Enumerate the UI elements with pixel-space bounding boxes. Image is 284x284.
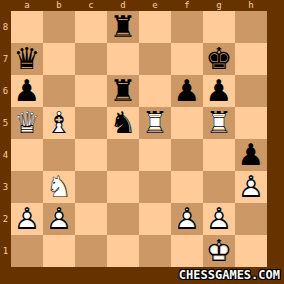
piece-black-rook[interactable]: ♜ bbox=[107, 11, 139, 43]
black-piece-glyph: ♟ bbox=[235, 139, 267, 171]
square-h8[interactable] bbox=[235, 11, 267, 43]
square-e5[interactable]: ♜♖ bbox=[139, 107, 171, 139]
piece-white-pawn[interactable]: ♟♙ bbox=[203, 203, 235, 235]
piece-black-knight[interactable]: ♞ bbox=[107, 107, 139, 139]
square-g6[interactable]: ♟ bbox=[203, 75, 235, 107]
white-piece-outline: ♗ bbox=[43, 107, 75, 139]
square-h5[interactable] bbox=[235, 107, 267, 139]
square-d4[interactable] bbox=[107, 139, 139, 171]
white-piece-outline: ♕ bbox=[11, 107, 43, 139]
rank-label-8: 8 bbox=[0, 11, 11, 43]
white-piece-outline: ♙ bbox=[171, 203, 203, 235]
rank-label-2: 2 bbox=[0, 203, 11, 235]
square-b7[interactable] bbox=[43, 43, 75, 75]
square-d7[interactable] bbox=[107, 43, 139, 75]
square-g1[interactable]: ♚♔ bbox=[203, 235, 235, 267]
square-f7[interactable] bbox=[171, 43, 203, 75]
rank-label-1: 1 bbox=[0, 235, 11, 267]
piece-black-pawn[interactable]: ♟ bbox=[235, 139, 267, 171]
square-a1[interactable] bbox=[11, 235, 43, 267]
square-g8[interactable] bbox=[203, 11, 235, 43]
square-h1[interactable] bbox=[235, 235, 267, 267]
square-a4[interactable] bbox=[11, 139, 43, 171]
chess-board[interactable]: ♜♛♚♟♜♟♟♛♕♝♗♞♜♖♜♖♟♞♘♟♙♟♙♟♙♟♙♟♙♚♔ bbox=[11, 11, 267, 267]
square-e3[interactable] bbox=[139, 171, 171, 203]
piece-white-pawn[interactable]: ♟♙ bbox=[43, 203, 75, 235]
square-b5[interactable]: ♝♗ bbox=[43, 107, 75, 139]
square-h7[interactable] bbox=[235, 43, 267, 75]
square-h6[interactable] bbox=[235, 75, 267, 107]
square-h4[interactable]: ♟ bbox=[235, 139, 267, 171]
square-d8[interactable]: ♜ bbox=[107, 11, 139, 43]
square-e4[interactable] bbox=[139, 139, 171, 171]
rank-label-5: 5 bbox=[0, 107, 11, 139]
square-h3[interactable]: ♟♙ bbox=[235, 171, 267, 203]
square-c5[interactable] bbox=[75, 107, 107, 139]
square-b6[interactable] bbox=[43, 75, 75, 107]
square-b3[interactable]: ♞♘ bbox=[43, 171, 75, 203]
piece-white-rook[interactable]: ♜♖ bbox=[139, 107, 171, 139]
square-g5[interactable]: ♜♖ bbox=[203, 107, 235, 139]
square-c1[interactable] bbox=[75, 235, 107, 267]
rank-label-3: 3 bbox=[0, 171, 11, 203]
rank-labels: 87654321 bbox=[0, 11, 11, 267]
square-e8[interactable] bbox=[139, 11, 171, 43]
black-piece-glyph: ♟ bbox=[11, 75, 43, 107]
white-piece-outline: ♙ bbox=[235, 171, 267, 203]
white-piece-outline: ♙ bbox=[43, 203, 75, 235]
square-a8[interactable] bbox=[11, 11, 43, 43]
square-f1[interactable] bbox=[171, 235, 203, 267]
square-c6[interactable] bbox=[75, 75, 107, 107]
chess-board-frame: abcdefgh 87654321 ♜♛♚♟♜♟♟♛♕♝♗♞♜♖♜♖♟♞♘♟♙♟… bbox=[0, 0, 284, 284]
piece-black-rook[interactable]: ♜ bbox=[107, 75, 139, 107]
black-piece-glyph: ♜ bbox=[107, 75, 139, 107]
file-labels: abcdefgh bbox=[11, 0, 267, 11]
black-piece-glyph: ♜ bbox=[107, 11, 139, 43]
square-d6[interactable]: ♜ bbox=[107, 75, 139, 107]
black-piece-glyph: ♟ bbox=[171, 75, 203, 107]
square-b4[interactable] bbox=[43, 139, 75, 171]
square-e6[interactable] bbox=[139, 75, 171, 107]
black-piece-glyph: ♛ bbox=[11, 43, 43, 75]
white-piece-outline: ♖ bbox=[139, 107, 171, 139]
file-label-g: g bbox=[203, 0, 235, 11]
square-c4[interactable] bbox=[75, 139, 107, 171]
square-c8[interactable] bbox=[75, 11, 107, 43]
black-piece-glyph: ♚ bbox=[203, 43, 235, 75]
rank-label-4: 4 bbox=[0, 139, 11, 171]
square-f3[interactable] bbox=[171, 171, 203, 203]
square-h2[interactable] bbox=[235, 203, 267, 235]
square-c3[interactable] bbox=[75, 171, 107, 203]
white-piece-outline: ♙ bbox=[203, 203, 235, 235]
square-d5[interactable]: ♞ bbox=[107, 107, 139, 139]
square-e1[interactable] bbox=[139, 235, 171, 267]
square-d2[interactable] bbox=[107, 203, 139, 235]
square-a7[interactable]: ♛ bbox=[11, 43, 43, 75]
file-label-c: c bbox=[75, 0, 107, 11]
site-watermark: CHESSGAMES.COM bbox=[179, 267, 280, 283]
square-b2[interactable]: ♟♙ bbox=[43, 203, 75, 235]
white-piece-outline: ♙ bbox=[11, 203, 43, 235]
square-a2[interactable]: ♟♙ bbox=[11, 203, 43, 235]
square-a6[interactable]: ♟ bbox=[11, 75, 43, 107]
square-e7[interactable] bbox=[139, 43, 171, 75]
piece-white-pawn[interactable]: ♟♙ bbox=[11, 203, 43, 235]
square-c7[interactable] bbox=[75, 43, 107, 75]
square-f8[interactable] bbox=[171, 11, 203, 43]
square-d3[interactable] bbox=[107, 171, 139, 203]
square-b1[interactable] bbox=[43, 235, 75, 267]
black-piece-glyph: ♟ bbox=[203, 75, 235, 107]
piece-black-queen[interactable]: ♛ bbox=[11, 43, 43, 75]
rank-label-6: 6 bbox=[0, 75, 11, 107]
piece-white-queen[interactable]: ♛♕ bbox=[11, 107, 43, 139]
piece-white-pawn[interactable]: ♟♙ bbox=[171, 203, 203, 235]
square-e2[interactable] bbox=[139, 203, 171, 235]
piece-black-pawn[interactable]: ♟ bbox=[11, 75, 43, 107]
white-piece-outline: ♘ bbox=[43, 171, 75, 203]
piece-white-pawn[interactable]: ♟♙ bbox=[235, 171, 267, 203]
square-f2[interactable]: ♟♙ bbox=[171, 203, 203, 235]
file-label-b: b bbox=[43, 0, 75, 11]
piece-white-rook[interactable]: ♜♖ bbox=[203, 107, 235, 139]
piece-black-pawn[interactable]: ♟ bbox=[203, 75, 235, 107]
square-f5[interactable] bbox=[171, 107, 203, 139]
square-f4[interactable] bbox=[171, 139, 203, 171]
square-g2[interactable]: ♟♙ bbox=[203, 203, 235, 235]
piece-black-pawn[interactable]: ♟ bbox=[171, 75, 203, 107]
piece-white-king[interactable]: ♚♔ bbox=[203, 235, 235, 267]
black-piece-glyph: ♞ bbox=[107, 107, 139, 139]
square-b8[interactable] bbox=[43, 11, 75, 43]
square-c2[interactable] bbox=[75, 203, 107, 235]
square-g4[interactable] bbox=[203, 139, 235, 171]
file-label-f: f bbox=[171, 0, 203, 11]
square-a5[interactable]: ♛♕ bbox=[11, 107, 43, 139]
file-label-e: e bbox=[139, 0, 171, 11]
piece-black-king[interactable]: ♚ bbox=[203, 43, 235, 75]
square-d1[interactable] bbox=[107, 235, 139, 267]
square-g7[interactable]: ♚ bbox=[203, 43, 235, 75]
square-a3[interactable] bbox=[11, 171, 43, 203]
rank-label-7: 7 bbox=[0, 43, 11, 75]
file-label-a: a bbox=[11, 0, 43, 11]
white-piece-outline: ♔ bbox=[203, 235, 235, 267]
square-f6[interactable]: ♟ bbox=[171, 75, 203, 107]
piece-white-knight[interactable]: ♞♘ bbox=[43, 171, 75, 203]
square-g3[interactable] bbox=[203, 171, 235, 203]
white-piece-outline: ♖ bbox=[203, 107, 235, 139]
piece-white-bishop[interactable]: ♝♗ bbox=[43, 107, 75, 139]
file-label-h: h bbox=[235, 0, 267, 11]
